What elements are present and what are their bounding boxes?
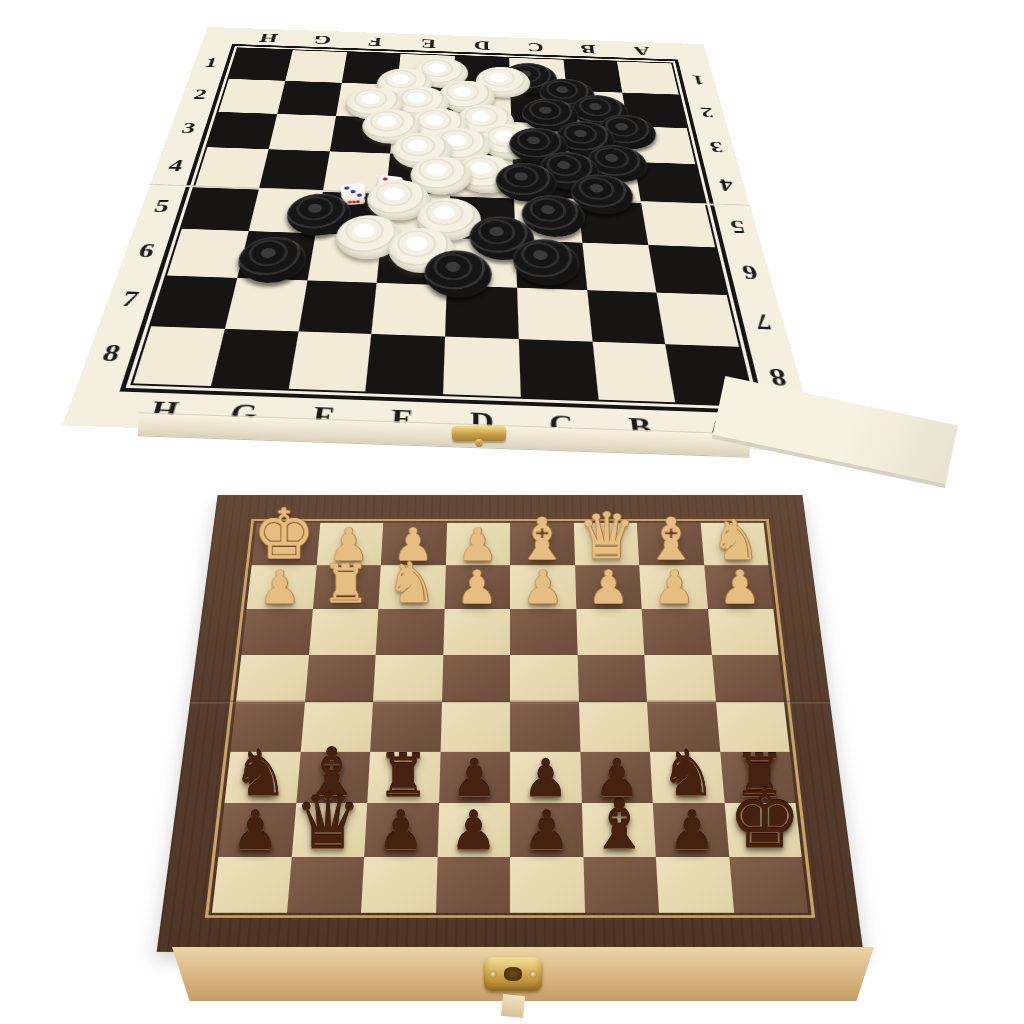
clasp-knob <box>475 439 483 447</box>
file-label: C <box>527 40 544 53</box>
chess-square <box>510 857 585 913</box>
rank-label: 4 <box>718 176 736 193</box>
chess-square <box>579 702 650 751</box>
chess-square <box>576 609 644 655</box>
chess-square <box>236 655 309 702</box>
die-pip <box>344 186 349 189</box>
checkers-square <box>649 245 727 295</box>
light-king: ♚ <box>253 499 315 568</box>
rank-label: 5 <box>152 197 172 215</box>
chess-square <box>376 609 444 655</box>
chess-square <box>373 655 443 702</box>
rank-label: 7 <box>119 288 142 310</box>
chess-square <box>577 655 647 702</box>
dark-bishop: ♝ <box>589 791 650 859</box>
dark-pawn: ♟ <box>377 805 425 858</box>
chess-square <box>305 655 376 702</box>
checkers-square <box>211 329 298 389</box>
chess-square <box>440 702 510 751</box>
chess-square <box>708 609 779 655</box>
light-bishop: ♝ <box>645 509 697 567</box>
checkers-square <box>277 81 341 116</box>
chess-square <box>435 857 510 913</box>
light-pawn: ♟ <box>588 564 629 610</box>
chess-square <box>212 857 291 913</box>
file-label: D <box>474 39 490 52</box>
checkers-square <box>151 275 237 329</box>
light-rook: ♜ <box>322 558 370 611</box>
die-pip <box>356 200 360 203</box>
dark-pawn: ♟ <box>450 805 498 858</box>
clasp-screw <box>490 971 497 978</box>
product-photo: HGFEDCBAHGFEDCBA1234567812345678 ♚♟♟♟♝♛♝… <box>0 0 1024 1024</box>
checkers-square <box>592 342 675 402</box>
file-label: A <box>632 44 651 57</box>
rank-label: 1 <box>691 73 706 87</box>
light-pawn: ♟ <box>457 564 498 610</box>
dark-knight: ♞ <box>232 742 288 805</box>
chess-square <box>510 655 579 702</box>
checkers-square <box>182 186 259 231</box>
rank-label: 4 <box>166 157 185 174</box>
checkers-square <box>641 202 715 247</box>
rank-label: 1 <box>203 56 219 69</box>
checkers-square <box>587 290 666 345</box>
chess-square <box>510 702 580 751</box>
dark-queen: ♛ <box>294 784 362 860</box>
checkers-square <box>298 280 377 334</box>
chess-square <box>583 857 659 913</box>
rank-label: 2 <box>192 87 209 101</box>
dark-rook: ♜ <box>377 746 430 805</box>
dark-pawn: ♟ <box>523 753 569 804</box>
rank-label: 7 <box>753 310 774 333</box>
chess-square <box>711 655 784 702</box>
rank-label: 2 <box>699 104 715 119</box>
chess-square <box>642 609 712 655</box>
dark-pawn: ♟ <box>668 805 716 858</box>
dark-knight: ♞ <box>660 742 716 805</box>
checkers-square <box>225 278 307 332</box>
light-knight: ♞ <box>711 512 760 567</box>
checkers-square <box>268 114 335 152</box>
file-label: H <box>258 31 279 44</box>
light-knight: ♞ <box>386 555 436 611</box>
checkers-square <box>582 243 657 293</box>
light-pawn: ♟ <box>654 564 695 610</box>
checkers-square <box>259 149 329 190</box>
checkers-square <box>285 50 347 82</box>
dark-pawn: ♟ <box>451 753 497 804</box>
dark-king: ♚ <box>728 778 802 860</box>
checkers-square <box>219 79 286 114</box>
dark-pawn: ♟ <box>231 805 279 858</box>
clasp-keeper-tab <box>501 994 525 1018</box>
light-pawn: ♟ <box>719 564 760 610</box>
checkers-square <box>195 147 268 188</box>
checkers-square <box>207 112 277 150</box>
rank-label: 5 <box>728 217 747 236</box>
rank-label: 6 <box>740 261 760 282</box>
file-label: E <box>421 37 437 50</box>
clasp-screw <box>530 971 537 978</box>
chess-square <box>241 609 312 655</box>
chess-square <box>361 857 437 913</box>
die <box>341 183 366 200</box>
checkers-squares <box>130 47 756 407</box>
die-pip <box>382 177 388 181</box>
checkers-coordinate-labels: HGFEDCBAHGFEDCBA1234567812345678 <box>208 27 704 44</box>
file-label: F <box>368 35 383 48</box>
chess-square <box>510 609 577 655</box>
rank-label: 3 <box>180 121 198 137</box>
rank-label: 6 <box>136 240 157 260</box>
checkers-board: HGFEDCBAHGFEDCBA1234567812345678 <box>62 27 820 452</box>
light-pawn: ♟ <box>522 564 563 610</box>
file-label: B <box>580 42 597 55</box>
light-pawn: ♟ <box>259 564 300 610</box>
checkers-square <box>288 332 371 392</box>
file-label: G <box>312 33 332 46</box>
checkers-play-area <box>119 44 766 414</box>
checkers-square <box>617 62 679 95</box>
rank-label: 3 <box>708 139 725 155</box>
checkers-square <box>133 326 224 386</box>
checkers-square <box>443 337 520 397</box>
chess-square <box>656 857 734 913</box>
checkers-square <box>167 229 248 278</box>
checkers-square <box>519 339 598 399</box>
chess-square <box>443 609 510 655</box>
brass-clasp-icon <box>452 426 506 441</box>
rank-label: 8 <box>99 341 123 366</box>
chess-square <box>644 655 715 702</box>
checkers-board-corner-edge <box>712 376 958 488</box>
dark-pawn: ♟ <box>523 805 571 858</box>
chess-square <box>442 655 511 702</box>
light-queen: ♛ <box>578 504 635 568</box>
die-pip <box>351 190 356 193</box>
checkers-square <box>517 287 592 342</box>
checkers-square <box>657 292 739 347</box>
board-fold-seam <box>190 701 830 704</box>
chess-square <box>309 609 379 655</box>
checkers-square <box>366 334 445 394</box>
die-pip <box>357 193 362 196</box>
brass-clasp-icon <box>484 957 542 991</box>
light-bishop: ♝ <box>516 509 568 567</box>
clasp-hole <box>504 967 522 981</box>
checkers-square <box>229 48 293 80</box>
